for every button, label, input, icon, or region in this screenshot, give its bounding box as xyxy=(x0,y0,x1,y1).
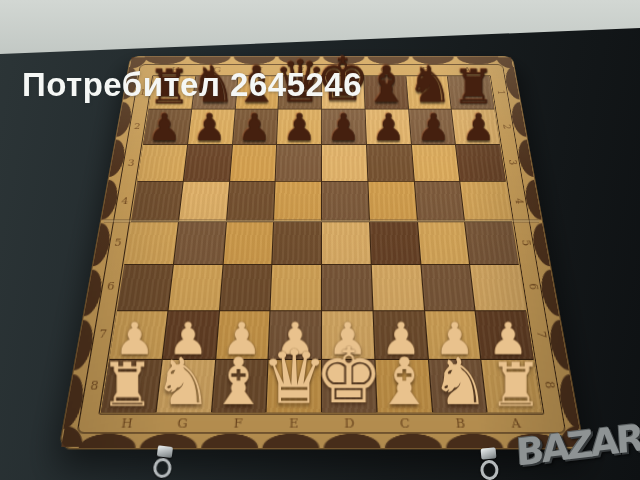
clasp-ring xyxy=(152,457,172,479)
dark-bishop[interactable]: ♝ xyxy=(364,59,410,110)
square-c5[interactable] xyxy=(370,222,420,264)
file-label: C xyxy=(377,415,434,432)
square-h4[interactable] xyxy=(131,182,182,221)
square-f2[interactable]: ♟ xyxy=(233,109,278,143)
square-e6[interactable] xyxy=(271,265,321,310)
square-c1[interactable]: ♝ xyxy=(364,76,408,108)
light-rook[interactable]: ♜ xyxy=(101,354,155,414)
clasp-ring xyxy=(480,459,500,480)
dark-pawn[interactable]: ♟ xyxy=(417,108,451,145)
light-bishop[interactable]: ♝ xyxy=(375,350,433,415)
square-h6[interactable] xyxy=(117,265,172,310)
dark-pawn[interactable]: ♟ xyxy=(461,108,495,145)
square-e5[interactable] xyxy=(273,222,321,264)
square-f3[interactable] xyxy=(230,144,277,181)
square-d3[interactable] xyxy=(322,144,367,181)
square-f8[interactable]: ♝ xyxy=(212,360,268,412)
square-b6[interactable] xyxy=(421,265,475,310)
dark-pawn[interactable]: ♟ xyxy=(327,108,361,145)
file-label: E xyxy=(266,415,322,432)
square-e3[interactable] xyxy=(276,144,321,181)
square-f4[interactable] xyxy=(227,182,275,221)
clasp-plate xyxy=(156,445,172,458)
chess-board: HGFEDCBA HGFEDCBA 12345678 12345678 ♜♞♝♛… xyxy=(58,56,584,449)
dark-rook[interactable]: ♜ xyxy=(452,63,494,110)
square-e8[interactable]: ♛ xyxy=(267,360,321,412)
square-d6[interactable] xyxy=(322,265,372,310)
square-c6[interactable] xyxy=(371,265,423,310)
file-label: B xyxy=(432,415,489,432)
square-d2[interactable]: ♟ xyxy=(322,109,366,143)
light-bishop[interactable]: ♝ xyxy=(209,350,267,415)
square-a1[interactable]: ♜ xyxy=(448,76,494,108)
square-a3[interactable] xyxy=(456,144,506,181)
square-g2[interactable]: ♟ xyxy=(188,109,234,143)
square-h2[interactable]: ♟ xyxy=(143,109,191,143)
dark-pawn[interactable]: ♟ xyxy=(238,108,272,145)
dark-pawn[interactable]: ♟ xyxy=(148,108,182,145)
square-a5[interactable] xyxy=(465,222,518,264)
dark-pawn[interactable]: ♟ xyxy=(372,108,406,145)
file-labels-bottom: HGFEDCBA xyxy=(98,415,545,432)
square-a8[interactable]: ♜ xyxy=(482,360,542,412)
square-a2[interactable]: ♟ xyxy=(452,109,500,143)
square-h8[interactable]: ♜ xyxy=(101,360,161,412)
square-a4[interactable] xyxy=(461,182,512,221)
square-d4[interactable] xyxy=(322,182,369,221)
dark-knight[interactable]: ♞ xyxy=(407,59,453,110)
square-c8[interactable]: ♝ xyxy=(375,360,431,412)
square-b3[interactable] xyxy=(411,144,459,181)
scallop-border-bottom xyxy=(76,432,566,448)
square-g8[interactable]: ♞ xyxy=(156,360,214,412)
square-f5[interactable] xyxy=(223,222,273,264)
square-c3[interactable] xyxy=(367,144,414,181)
square-c2[interactable]: ♟ xyxy=(365,109,410,143)
light-knight[interactable]: ♞ xyxy=(154,350,212,415)
file-label: G xyxy=(154,415,211,432)
file-label: F xyxy=(210,415,267,432)
square-b2[interactable]: ♟ xyxy=(409,109,455,143)
file-label: H xyxy=(98,415,156,432)
square-a6[interactable] xyxy=(470,265,525,310)
corner-ornament xyxy=(492,57,514,71)
square-b8[interactable]: ♞ xyxy=(428,360,486,412)
square-b1[interactable]: ♞ xyxy=(406,76,451,108)
square-h3[interactable] xyxy=(137,144,187,181)
board-grid: ♜♞♝♛♚♝♞♜♟♟♟♟♟♟♟♟♟♟♟♟♟♟♟♟♜♞♝♛♚♝♞♜ xyxy=(101,76,542,412)
square-g6[interactable] xyxy=(168,265,222,310)
square-d8[interactable]: ♚ xyxy=(322,360,376,412)
square-e4[interactable] xyxy=(274,182,321,221)
light-king[interactable]: ♚ xyxy=(315,338,384,415)
square-c4[interactable] xyxy=(368,182,416,221)
product-photo: HGFEDCBA HGFEDCBA 12345678 12345678 ♜♞♝♛… xyxy=(0,0,640,480)
square-e2[interactable]: ♟ xyxy=(277,109,321,143)
user-watermark: Потребител 2645246 xyxy=(22,66,362,104)
square-g5[interactable] xyxy=(174,222,226,264)
dark-pawn[interactable]: ♟ xyxy=(282,108,316,145)
light-rook[interactable]: ♜ xyxy=(488,354,542,414)
square-b4[interactable] xyxy=(414,182,464,221)
square-g3[interactable] xyxy=(184,144,232,181)
clasp-plate xyxy=(480,447,496,459)
square-h5[interactable] xyxy=(124,222,177,264)
file-label: D xyxy=(322,415,378,432)
metal-clasp-right xyxy=(477,447,502,480)
square-g4[interactable] xyxy=(179,182,229,221)
square-d5[interactable] xyxy=(322,222,370,264)
metal-clasp-left xyxy=(150,445,176,480)
light-knight[interactable]: ♞ xyxy=(431,350,489,415)
square-b5[interactable] xyxy=(418,222,470,264)
square-f6[interactable] xyxy=(220,265,272,310)
dark-pawn[interactable]: ♟ xyxy=(193,108,227,145)
